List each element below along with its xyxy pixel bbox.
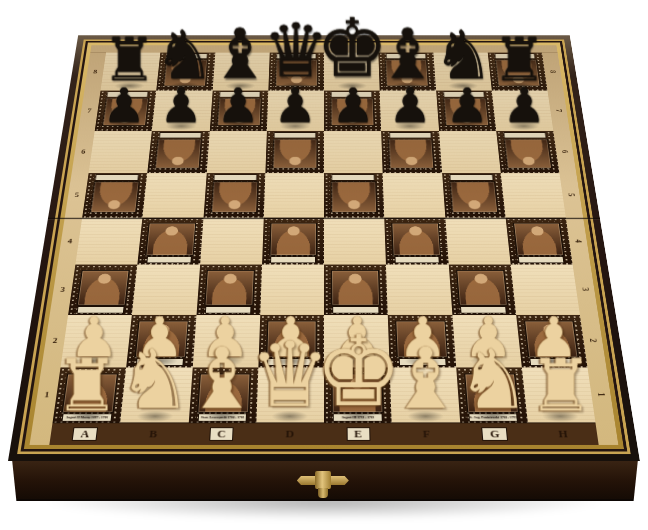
square-g2[interactable] — [452, 314, 522, 367]
king-portrait — [272, 138, 317, 168]
file-label-text: G — [482, 427, 508, 440]
square-c8[interactable] — [212, 53, 269, 91]
rank-label-text: 1 — [595, 393, 606, 397]
king-portrait — [332, 373, 384, 412]
name-plaque-text: August II Mocny 1697 - 1706 — [66, 416, 109, 419]
name-plaque — [505, 133, 546, 138]
chess-set-photo: 87654321 87654321 August II Mocny 1697 -… — [0, 0, 648, 530]
king-portrait — [266, 320, 317, 357]
square-e5[interactable] — [324, 173, 384, 218]
name-plaque — [461, 307, 506, 313]
square-h1[interactable] — [522, 367, 596, 423]
file-label-text: F — [422, 428, 430, 440]
king-portrait — [524, 320, 579, 357]
king-portrait — [275, 59, 318, 86]
king-portrait — [163, 59, 208, 86]
square-a2[interactable] — [61, 314, 133, 367]
name-plaque — [137, 359, 184, 365]
king-portrait — [210, 181, 258, 212]
file-label-g: G — [460, 427, 529, 440]
name-plaque — [78, 307, 123, 313]
square-h5[interactable] — [501, 173, 566, 218]
square-a3[interactable] — [68, 265, 137, 315]
file-label-text: D — [285, 428, 294, 440]
name-plaque: August III 1733 - 1763 — [334, 414, 382, 421]
name-plaque — [530, 359, 577, 365]
rank-label-text: 3 — [580, 287, 591, 291]
name-plaque — [268, 359, 314, 365]
square-f2[interactable] — [388, 314, 456, 367]
king-portrait — [331, 181, 377, 212]
king-portrait — [331, 270, 380, 305]
square-h8[interactable] — [487, 53, 547, 91]
name-plaque — [390, 133, 431, 138]
king-portrait — [77, 270, 130, 305]
square-f3[interactable] — [386, 265, 452, 315]
name-plaque — [333, 175, 374, 180]
file-label-c: C — [187, 427, 256, 440]
name-plaque-text: St. Aug. Poniatowski 1764 - 1795 — [469, 416, 517, 419]
name-plaque: August II Mocny 1697 - 1706 — [63, 414, 111, 421]
name-plaque — [108, 92, 148, 96]
name-plaque — [395, 257, 439, 262]
square-b5[interactable] — [143, 173, 207, 218]
king-portrait — [392, 223, 441, 256]
file-label-a: A — [50, 427, 120, 440]
square-g4[interactable] — [445, 218, 511, 265]
square-d4[interactable] — [262, 218, 324, 265]
square-f1[interactable] — [390, 367, 460, 423]
name-plaque: Stan. Leszczynski 1704 - 1766 — [199, 414, 247, 421]
square-b6[interactable] — [147, 131, 209, 173]
square-g5[interactable] — [442, 173, 506, 218]
square-c4[interactable] — [200, 218, 264, 265]
king-portrait — [495, 59, 541, 86]
name-plaque — [275, 133, 315, 138]
square-b1[interactable] — [120, 367, 192, 423]
name-plaque — [215, 175, 257, 180]
king-portrait — [102, 98, 149, 126]
square-g1[interactable]: St. Aug. Poniatowski 1764 - 1795 — [456, 367, 528, 423]
squares-grid: August II Mocny 1697 - 1706Stan. Leszczy… — [52, 53, 595, 424]
square-d8[interactable] — [268, 53, 324, 91]
square-f4[interactable] — [384, 218, 448, 265]
square-f7[interactable] — [380, 91, 439, 131]
square-b2[interactable] — [126, 314, 196, 367]
king-portrait — [155, 138, 202, 168]
square-f8[interactable] — [378, 53, 435, 91]
square-a4[interactable] — [75, 218, 142, 265]
square-d2[interactable] — [258, 314, 324, 367]
square-c2[interactable] — [192, 314, 260, 367]
board-margin: 87654321 87654321 August II Mocny 1697 -… — [29, 45, 618, 445]
square-f6[interactable] — [381, 131, 441, 173]
king-portrait — [464, 373, 519, 412]
square-g6[interactable] — [439, 131, 501, 173]
square-h3[interactable] — [510, 265, 579, 315]
file-label-text: H — [558, 428, 569, 440]
name-plaque — [206, 307, 251, 313]
square-d7[interactable] — [267, 91, 324, 131]
king-portrait — [503, 138, 551, 168]
file-label-text: B — [149, 428, 158, 440]
rank-label-text: 4 — [573, 239, 583, 242]
name-plaque — [160, 133, 201, 138]
file-label-f: F — [392, 428, 461, 440]
square-c7[interactable] — [209, 91, 268, 131]
king-portrait — [62, 373, 118, 412]
rank-label-text: 7 — [554, 109, 563, 112]
king-portrait — [135, 320, 188, 357]
name-plaque-text: Stan. Leszczynski 1704 - 1766 — [201, 416, 244, 419]
square-h2[interactable] — [516, 314, 588, 367]
name-plaque — [277, 54, 315, 58]
file-labels: ABCDEFGH — [49, 422, 598, 444]
rank-label-text: 2 — [588, 339, 599, 343]
square-a8[interactable] — [101, 53, 161, 91]
king-portrait — [197, 373, 250, 412]
square-e7[interactable] — [324, 91, 381, 131]
name-plaque — [451, 175, 493, 180]
name-plaque — [334, 307, 379, 313]
file-label-text: A — [72, 427, 98, 440]
square-b3[interactable] — [132, 265, 200, 315]
name-plaque — [168, 54, 207, 58]
name-plaque — [96, 175, 138, 180]
name-plaque — [444, 92, 484, 96]
chess-board: 87654321 87654321 August II Mocny 1697 -… — [8, 35, 640, 461]
square-b8[interactable] — [156, 53, 215, 91]
square-h7[interactable] — [492, 91, 554, 131]
name-plaque — [496, 54, 535, 58]
square-e6[interactable] — [324, 131, 383, 173]
square-d3[interactable] — [260, 265, 324, 315]
file-label-e: E — [324, 427, 393, 440]
square-d5[interactable] — [264, 173, 324, 218]
king-portrait — [443, 98, 489, 126]
king-portrait — [330, 98, 374, 126]
square-a1[interactable]: August II Mocny 1697 - 1706 — [52, 367, 126, 423]
name-plaque — [519, 257, 563, 262]
name-plaque — [387, 54, 425, 58]
king-portrait — [449, 181, 498, 212]
square-e1[interactable]: August III 1733 - 1763 — [324, 367, 392, 423]
square-h4[interactable] — [505, 218, 572, 265]
square-c3[interactable] — [196, 265, 262, 315]
king-portrait — [269, 223, 317, 256]
square-b4[interactable] — [138, 218, 204, 265]
square-e8[interactable] — [324, 53, 380, 91]
name-plaque: St. Aug. Poniatowski 1764 - 1795 — [469, 414, 517, 421]
king-portrait — [396, 320, 448, 357]
square-a7[interactable] — [95, 91, 157, 131]
king-portrait — [90, 181, 140, 212]
name-plaque — [220, 92, 259, 96]
square-a5[interactable] — [82, 173, 147, 218]
square-g7[interactable] — [436, 91, 496, 131]
file-label-d: D — [255, 428, 324, 440]
king-portrait — [204, 270, 254, 305]
square-c5[interactable] — [203, 173, 265, 218]
scene: 87654321 87654321 August II Mocny 1697 -… — [0, 0, 648, 530]
square-b7[interactable] — [152, 91, 212, 131]
king-portrait — [385, 59, 429, 86]
square-e3[interactable] — [324, 265, 388, 315]
rank-label-text: 6 — [560, 150, 570, 153]
square-h6[interactable] — [496, 131, 559, 173]
square-d6[interactable] — [265, 131, 324, 173]
square-c6[interactable] — [206, 131, 266, 173]
name-plaque — [147, 257, 191, 262]
king-portrait — [146, 223, 196, 256]
file-label-text: E — [346, 427, 370, 440]
name-plaque-text: August III 1733 - 1763 — [341, 416, 374, 419]
square-g3[interactable] — [448, 265, 516, 315]
rank-label-text: 5 — [566, 193, 576, 196]
king-portrait — [388, 138, 434, 168]
file-label-h: H — [528, 428, 598, 440]
square-e4[interactable] — [324, 218, 386, 265]
square-e2[interactable] — [324, 314, 390, 367]
rank-label-text: 8 — [548, 70, 557, 73]
file-label-b: B — [118, 428, 187, 440]
square-a6[interactable] — [89, 131, 152, 173]
square-d1[interactable] — [256, 367, 324, 423]
square-g8[interactable] — [433, 53, 492, 91]
square-c1[interactable]: Stan. Leszczynski 1704 - 1766 — [188, 367, 258, 423]
king-portrait — [456, 270, 508, 305]
king-portrait — [513, 223, 564, 256]
king-portrait — [216, 98, 261, 126]
name-plaque — [332, 92, 371, 96]
square-f5[interactable] — [383, 173, 445, 218]
file-label-text: C — [209, 427, 234, 440]
name-plaque — [271, 257, 315, 262]
name-plaque — [399, 359, 445, 365]
